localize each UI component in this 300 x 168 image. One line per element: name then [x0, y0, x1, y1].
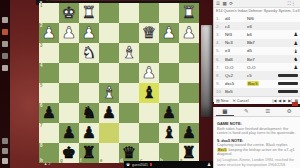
move-row: 7.O-OO-O♟ — [214, 63, 300, 71]
white-move[interactable]: c4 — [225, 24, 247, 29]
rank-label: 5 — [40, 83, 43, 88]
square-h6[interactable]: 6♟ — [39, 103, 59, 123]
menu-icon[interactable]: ☰ — [216, 1, 220, 7]
captured-piece-icon: ♝ — [294, 48, 298, 54]
black-move[interactable]: Bb7 — [247, 40, 273, 45]
move-number: 10. — [216, 89, 225, 94]
square-e4[interactable] — [99, 63, 119, 83]
square-d6[interactable] — [119, 103, 139, 123]
rank-label: 4 — [40, 63, 43, 68]
square-h1[interactable]: 1 — [39, 3, 59, 23]
square-a7[interactable]: ♟ — [179, 123, 199, 143]
taskbar-hint: ♟ 2 — [44, 162, 50, 167]
white-knight-f3[interactable]: ♞ — [79, 43, 99, 63]
move-number: 7. — [216, 65, 225, 70]
square-h5[interactable]: 5 — [39, 83, 59, 103]
desktop-wallpaper-detail — [201, 25, 212, 117]
notes-window: ▦✎☰⚙ GAME NOTE:Both sides have finished … — [213, 107, 300, 168]
ubuntu-launcher — [0, 0, 10, 168]
black-pawn-e6[interactable]: ♟ — [99, 103, 119, 123]
move-row: 1.d4Nf6 — [214, 14, 300, 22]
wallpaper-accent — [292, 102, 298, 106]
move-row: 6.Bd3Be7♞ — [214, 55, 300, 63]
move-row: 3.Nf3b6♟ — [214, 30, 300, 38]
square-c5[interactable]: ♝ — [139, 83, 159, 103]
terminal-icon[interactable] — [2, 65, 8, 71]
desktop: ▣ ♜♟ 1♚♜♜2♟♟♟♛♟♟3♞♝4♟5♝♝6♟♞♟♟7♟♟♝♟8hg♚f♜… — [0, 0, 300, 168]
white-move[interactable]: dxc5 — [225, 81, 247, 86]
note-header: 9. dxc5 NOTE: — [217, 138, 297, 143]
move-row: 5.e3d5♝ — [214, 47, 300, 55]
eval-bar — [278, 90, 298, 93]
opening-name: E14 Queen's Indian Defense: Spassky Syst… — [214, 8, 300, 14]
captured-piece-icon: ♟ — [294, 64, 298, 70]
move-row: 10.Be5 — [214, 88, 300, 96]
square-a6[interactable] — [179, 103, 199, 123]
black-rook-a8[interactable]: ♜ — [179, 143, 199, 163]
square-c1[interactable] — [139, 3, 159, 23]
chess-app-icon[interactable] — [2, 158, 8, 164]
square-d7[interactable] — [119, 123, 139, 143]
black-move[interactable]: c5 — [247, 73, 273, 78]
white-move[interactable]: Nf3 — [225, 32, 247, 37]
black-move[interactable]: O-O — [247, 65, 273, 70]
note-reference: (a) Loughran–Keene, London 1984, reached… — [217, 158, 297, 167]
cancel-button-icon: ✕ — [232, 98, 235, 103]
black-pawn-b6[interactable]: ♟ — [159, 103, 179, 123]
square-e6[interactable]: ♟ — [99, 103, 119, 123]
black-move[interactable]: e6 — [247, 24, 273, 29]
tab-settings[interactable]: ⚙ — [280, 107, 298, 116]
black-bishop-b7[interactable]: ♝ — [159, 123, 179, 143]
square-a8[interactable]: a♜ — [179, 143, 199, 163]
trash-icon[interactable] — [2, 148, 8, 154]
square-h3[interactable]: 3 — [39, 43, 59, 63]
square-f4[interactable] — [79, 63, 99, 83]
more-icon[interactable]: ⋮ — [291, 1, 296, 7]
square-h8[interactable]: 8h — [39, 143, 59, 163]
note-body: Both sides have finished development; th… — [217, 127, 297, 136]
note-header: GAME NOTE: — [217, 121, 297, 126]
square-d4[interactable] — [119, 63, 139, 83]
move-row: 2.c4e6 — [214, 22, 300, 30]
black-move[interactable]: Be7 — [247, 57, 273, 62]
black-bishop-c5[interactable]: ♝ — [139, 83, 159, 103]
white-rook-a1[interactable]: ♜ — [179, 3, 199, 23]
move-row: 9.dxc5Bxc5 — [214, 80, 300, 88]
black-move[interactable]: d5 — [247, 48, 273, 53]
move-number: 3. — [216, 32, 225, 37]
square-c7[interactable] — [139, 123, 159, 143]
white-move[interactable]: O-O — [225, 65, 247, 70]
tab-notation[interactable]: ▦ — [216, 107, 234, 116]
black-move[interactable]: Bxc5 — [247, 81, 273, 86]
rank-label: 1 — [40, 3, 43, 8]
move-row: 4.Nc3Bb7♟ — [214, 39, 300, 47]
black-pawn-g7[interactable]: ♟ — [59, 123, 79, 143]
rank-label: 8 — [40, 143, 43, 148]
moves-toolbar: ☰▦⟳⛶⋮ — [214, 0, 300, 8]
moves-window: ☰▦⟳⛶⋮ E14 Queen's Indian Defense: Spassk… — [213, 0, 300, 102]
square-c8[interactable]: c — [139, 143, 159, 163]
square-b8[interactable]: b — [159, 143, 179, 163]
black-knight-f6[interactable]: ♞ — [79, 103, 99, 123]
move-number: 1. — [216, 16, 225, 21]
square-b4[interactable] — [159, 63, 179, 83]
square-e1[interactable] — [99, 3, 119, 23]
white-queen-c2[interactable]: ♛ — [139, 23, 159, 43]
note-body: Capturing toward the centre. Black repli… — [217, 143, 297, 157]
black-pawn-f7[interactable]: ♟ — [79, 123, 99, 143]
square-b5[interactable] — [159, 83, 179, 103]
square-c4[interactable]: ♟ — [139, 63, 159, 83]
square-b7[interactable]: ♝ — [159, 123, 179, 143]
square-c3[interactable] — [139, 43, 159, 63]
rank-label: 7 — [40, 123, 43, 128]
move-number: 6. — [216, 57, 225, 62]
eval-bar — [278, 74, 298, 77]
white-move[interactable]: e3 — [225, 48, 247, 53]
white-rook-f1[interactable]: ♜ — [79, 3, 99, 23]
square-f5[interactable] — [79, 83, 99, 103]
white-pawn-c4[interactable]: ♟ — [139, 63, 159, 83]
square-f1[interactable]: ♜ — [79, 3, 99, 23]
square-g7[interactable]: ♟ — [59, 123, 79, 143]
black-rook-f8[interactable]: ♜ — [79, 143, 99, 163]
cancel-button-label: Cancel — [237, 99, 249, 103]
board-icon[interactable]: ▦ — [223, 1, 227, 7]
square-d1[interactable] — [119, 3, 139, 23]
move-list[interactable]: 1.d4Nf62.c4e63.Nf3b6♟4.Nc3Bb7♟5.e3d5♝6.B… — [214, 14, 300, 96]
white-move[interactable]: Bd3 — [225, 57, 247, 62]
settings-icon[interactable] — [2, 53, 8, 59]
white-king-g1[interactable]: ♚ — [59, 3, 79, 23]
square-f6[interactable]: ♞ — [79, 103, 99, 123]
square-f2[interactable]: ♟ — [79, 23, 99, 43]
move-chip[interactable]: Bxc5 — [217, 148, 227, 152]
square-e8[interactable]: e — [99, 143, 119, 163]
square-b2[interactable]: ♟ — [159, 23, 179, 43]
square-d2[interactable] — [119, 23, 139, 43]
white-pawn-h2[interactable]: ♟ — [39, 23, 59, 43]
white-pawn-f2[interactable]: ♟ — [79, 23, 99, 43]
rank-label: 3 — [40, 43, 43, 48]
black-move[interactable]: b6 — [247, 32, 273, 37]
square-g3[interactable] — [59, 43, 79, 63]
square-e7[interactable] — [99, 123, 119, 143]
move-number: 4. — [216, 40, 225, 45]
black-king-icon: ♚ — [126, 162, 130, 168]
black-king-g8[interactable]: ♚ — [59, 143, 79, 163]
square-b1[interactable] — [159, 3, 179, 23]
file-label: e — [100, 158, 103, 163]
square-f8[interactable]: f♜ — [79, 143, 99, 163]
firefox-icon[interactable] — [2, 29, 8, 35]
square-c2[interactable]: ♛ — [139, 23, 159, 43]
prev-move-icon[interactable]: ◀ — [278, 98, 281, 103]
square-a3[interactable] — [179, 43, 199, 63]
tab-list[interactable]: ☰ — [259, 107, 277, 116]
square-f3[interactable]: ♞ — [79, 43, 99, 63]
white-move[interactable]: Nc3 — [225, 40, 247, 45]
square-a1[interactable]: ♜ — [179, 3, 199, 23]
square-e3[interactable] — [99, 43, 119, 63]
square-a2[interactable]: ♟ — [179, 23, 199, 43]
next-move-icon[interactable]: ▶ — [283, 98, 286, 103]
square-g5[interactable] — [59, 83, 79, 103]
new-button-label: New — [221, 99, 229, 103]
white-bishop-e5[interactable]: ♝ — [99, 83, 119, 103]
chess-board[interactable]: 1♚♜♜2♟♟♟♛♟♟3♞♝4♟5♝♝6♟♞♟♟7♟♟♝♟8hg♚f♜ed♛cb… — [39, 3, 199, 163]
captured-piece-icon: ♟ — [294, 40, 298, 46]
first-move-icon[interactable]: |◀ — [272, 98, 276, 103]
square-d5[interactable] — [119, 83, 139, 103]
white-bishop-d3[interactable]: ♝ — [119, 43, 139, 63]
notes-content: GAME NOTE:Both sides have finished devel… — [214, 117, 300, 168]
move-number: 9. — [216, 81, 225, 86]
move-row: 8.Qc2c5 — [214, 71, 300, 79]
move-number: 5. — [216, 48, 225, 53]
square-g1[interactable]: ♚ — [59, 3, 79, 23]
captured-piece-icon: ♟ — [294, 31, 298, 37]
cancel-button[interactable]: ✕Cancel — [232, 98, 248, 103]
notes-tabs[interactable]: ▦✎☰⚙ — [214, 107, 300, 117]
square-b3[interactable] — [159, 43, 179, 63]
move-number: 2. — [216, 24, 225, 29]
square-e2[interactable] — [99, 23, 119, 43]
square-a5[interactable] — [179, 83, 199, 103]
square-b6[interactable]: ♟ — [159, 103, 179, 123]
tab-edit[interactable]: ✎ — [237, 107, 255, 116]
black-pawn-a7[interactable]: ♟ — [179, 123, 199, 143]
square-g4[interactable] — [59, 63, 79, 83]
white-pawn-b2[interactable]: ♟ — [159, 23, 179, 43]
new-button-icon: ▤ — [216, 98, 220, 103]
new-button[interactable]: ▤New — [216, 98, 228, 103]
black-pawn-h6[interactable]: ♟ — [39, 103, 59, 123]
white-move[interactable]: d4 — [225, 16, 247, 21]
square-h4[interactable]: 4 — [39, 63, 59, 83]
square-e5[interactable]: ♝ — [99, 83, 119, 103]
player-bar[interactable]: ♚ guest2041 ♟ — [124, 161, 213, 168]
file-label: h — [40, 158, 43, 163]
black-queen-d8[interactable]: ♛ — [119, 143, 139, 163]
captured-piece-icon: ♞ — [294, 56, 298, 62]
status-dot — [150, 163, 152, 165]
workspace-icon[interactable] — [2, 138, 8, 144]
square-h2[interactable]: 2♟ — [39, 23, 59, 43]
square-a4[interactable] — [179, 63, 199, 83]
square-h7[interactable]: 7 — [39, 123, 59, 143]
white-move[interactable]: Be5 — [225, 89, 247, 94]
white-move[interactable]: Qc2 — [225, 73, 247, 78]
square-g6[interactable] — [59, 103, 79, 123]
software-icon[interactable] — [2, 41, 8, 47]
files-icon[interactable] — [2, 17, 8, 23]
square-d8[interactable]: d♛ — [119, 143, 139, 163]
square-c6[interactable] — [139, 103, 159, 123]
move-nav-bar: ▤New✕Cancel|◀◀▶▶|▦ — [214, 96, 300, 104]
white-pawn-a2[interactable]: ♟ — [179, 23, 199, 43]
square-g2[interactable]: ♟ — [59, 23, 79, 43]
square-g8[interactable]: g♚ — [59, 143, 79, 163]
eval-bar — [278, 82, 298, 85]
move-number: 8. — [216, 73, 225, 78]
refresh-icon[interactable]: ⟳ — [229, 1, 233, 7]
white-pawn-g2[interactable]: ♟ — [59, 23, 79, 43]
black-move[interactable]: Nf6 — [247, 16, 273, 21]
square-d3[interactable]: ♝ — [119, 43, 139, 63]
player-name: guest2041 — [132, 163, 148, 167]
square-f7[interactable]: ♟ — [79, 123, 99, 143]
pawn-icon: ♟ — [207, 162, 211, 168]
